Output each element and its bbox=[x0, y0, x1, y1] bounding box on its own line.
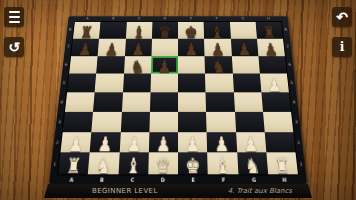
square-b6[interactable] bbox=[96, 56, 124, 74]
square-g3[interactable] bbox=[235, 112, 265, 132]
square-f4[interactable] bbox=[206, 92, 235, 111]
square-h1[interactable]: ♜ bbox=[266, 153, 298, 175]
square-d5[interactable] bbox=[150, 74, 178, 93]
piece-white-rook[interactable]: ♜ bbox=[58, 156, 90, 177]
square-c7[interactable]: ♟ bbox=[125, 39, 152, 56]
square-a2[interactable]: ♟ bbox=[60, 132, 91, 153]
square-f3[interactable] bbox=[206, 112, 235, 132]
piece-white-king[interactable]: ♚ bbox=[178, 156, 208, 177]
coord-label: F bbox=[204, 16, 230, 21]
square-d2[interactable]: ♟ bbox=[149, 132, 178, 153]
menu-button[interactable] bbox=[4, 7, 24, 27]
info-icon: i bbox=[340, 41, 345, 53]
piece-white-bishop[interactable]: ♝ bbox=[207, 156, 238, 177]
square-c1[interactable]: ♝ bbox=[118, 153, 149, 175]
square-d1[interactable]: ♛ bbox=[148, 153, 178, 175]
square-b8[interactable] bbox=[99, 22, 126, 39]
board-tilt-wrapper: ABCDEFGH 87654321 ♜♝♛♚♝♜♟♟♟♟♟♟♟♞♟♞♟♟♟♟♟♟… bbox=[49, 16, 307, 184]
square-d8[interactable]: ♛ bbox=[152, 22, 178, 39]
info-button[interactable]: i bbox=[332, 37, 352, 57]
square-a7[interactable]: ♟ bbox=[71, 39, 99, 56]
level-label: BEGINNER LEVEL bbox=[92, 187, 158, 195]
square-c2[interactable]: ♟ bbox=[119, 132, 149, 153]
chess-board-3d: ABCDEFGH 87654321 ♜♝♛♚♝♜♟♟♟♟♟♟♟♞♟♞♟♟♟♟♟♟… bbox=[49, 0, 307, 192]
board-frame: ABCDEFGH 87654321 ♜♝♛♚♝♜♟♟♟♟♟♟♟♞♟♞♟♟♟♟♟♟… bbox=[49, 16, 307, 184]
square-e2[interactable]: ♟ bbox=[178, 132, 207, 153]
square-g4[interactable] bbox=[233, 92, 262, 111]
square-e3[interactable] bbox=[178, 112, 207, 132]
square-h8[interactable]: ♜ bbox=[255, 22, 283, 39]
piece-white-knight[interactable]: ♞ bbox=[237, 156, 268, 177]
square-e7[interactable]: ♟ bbox=[178, 39, 205, 56]
hamburger-icon bbox=[9, 10, 20, 24]
board-middle: 87654321 ♜♝♛♚♝♜♟♟♟♟♟♟♟♞♟♞♟♟♟♟♟♟♟♟♜♞♝♛♚♝♞… bbox=[50, 21, 306, 175]
square-f2[interactable]: ♟ bbox=[207, 132, 237, 153]
square-b7[interactable]: ♟ bbox=[98, 39, 126, 56]
coord-label: C bbox=[126, 16, 152, 21]
square-f8[interactable]: ♝ bbox=[204, 22, 231, 39]
square-a4[interactable] bbox=[65, 92, 95, 111]
square-c5[interactable] bbox=[123, 74, 151, 93]
square-e5[interactable] bbox=[178, 74, 206, 93]
square-c6[interactable]: ♞ bbox=[124, 56, 152, 74]
status-bar: BEGINNER LEVEL 4. Trait aux Blancs bbox=[44, 184, 312, 198]
square-e8[interactable]: ♚ bbox=[178, 22, 204, 39]
restart-button[interactable]: ↺ bbox=[4, 37, 24, 57]
square-e6[interactable] bbox=[178, 56, 205, 74]
square-g6[interactable] bbox=[231, 56, 259, 74]
square-a6[interactable] bbox=[69, 56, 98, 74]
piece-white-knight[interactable]: ♞ bbox=[88, 156, 119, 177]
square-e1[interactable]: ♚ bbox=[178, 153, 208, 175]
square-b1[interactable]: ♞ bbox=[88, 153, 119, 175]
app-screen: ABCDEFGH 87654321 ♜♝♛♚♝♜♟♟♟♟♟♟♟♞♟♞♟♟♟♟♟♟… bbox=[0, 0, 356, 200]
square-f7[interactable]: ♟ bbox=[204, 39, 231, 56]
square-b2[interactable]: ♟ bbox=[90, 132, 121, 153]
board-grid[interactable]: ♜♝♛♚♝♜♟♟♟♟♟♟♟♞♟♞♟♟♟♟♟♟♟♟♜♞♝♛♚♝♞♜ bbox=[57, 21, 299, 175]
square-h2[interactable] bbox=[264, 132, 295, 153]
piece-white-bishop[interactable]: ♝ bbox=[118, 156, 149, 177]
coord-label: B bbox=[100, 16, 126, 21]
square-d3[interactable] bbox=[149, 112, 178, 132]
piece-white-rook[interactable]: ♜ bbox=[266, 156, 298, 177]
piece-white-queen[interactable]: ♛ bbox=[148, 156, 178, 177]
square-b4[interactable] bbox=[93, 92, 122, 111]
square-d7[interactable] bbox=[151, 39, 178, 56]
square-g7[interactable]: ♟ bbox=[230, 39, 258, 56]
square-d6[interactable]: ♟ bbox=[151, 56, 178, 74]
square-d4[interactable] bbox=[150, 92, 178, 111]
square-g8[interactable] bbox=[230, 22, 257, 39]
curved-arrow-left-icon: ↶ bbox=[336, 10, 348, 24]
square-h5[interactable]: ♟ bbox=[260, 74, 289, 93]
square-e4[interactable] bbox=[178, 92, 206, 111]
square-c4[interactable] bbox=[121, 92, 150, 111]
square-f5[interactable] bbox=[205, 74, 233, 93]
square-h3[interactable] bbox=[263, 112, 293, 132]
square-h4[interactable] bbox=[261, 92, 291, 111]
coord-label: H bbox=[256, 16, 282, 21]
square-a1[interactable]: ♜ bbox=[58, 153, 90, 175]
undo-button[interactable]: ↶ bbox=[332, 7, 352, 27]
square-b3[interactable] bbox=[92, 112, 122, 132]
square-b5[interactable] bbox=[95, 74, 124, 93]
coord-label: G bbox=[230, 16, 256, 21]
coord-label: A bbox=[74, 16, 100, 21]
square-a5[interactable] bbox=[67, 74, 96, 93]
square-g2[interactable]: ♟ bbox=[236, 132, 267, 153]
square-h6[interactable] bbox=[258, 56, 287, 74]
square-a8[interactable]: ♜ bbox=[73, 22, 101, 39]
turn-indicator: 4. Trait aux Blancs bbox=[228, 187, 292, 195]
square-c3[interactable] bbox=[120, 112, 149, 132]
coord-label: D bbox=[152, 16, 178, 21]
square-c8[interactable]: ♝ bbox=[126, 22, 153, 39]
square-f1[interactable]: ♝ bbox=[207, 153, 238, 175]
square-g5[interactable] bbox=[232, 74, 261, 93]
square-g1[interactable]: ♞ bbox=[237, 153, 268, 175]
coord-label: E bbox=[178, 16, 204, 21]
circular-arrow-ccw-icon: ↺ bbox=[8, 40, 20, 54]
square-a3[interactable] bbox=[63, 112, 93, 132]
file-labels-top: ABCDEFGH bbox=[68, 16, 288, 21]
square-h7[interactable]: ♟ bbox=[257, 39, 285, 56]
square-f6[interactable]: ♞ bbox=[205, 56, 233, 74]
